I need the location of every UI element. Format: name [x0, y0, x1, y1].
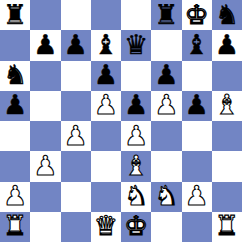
piece-black-pawn-d6[interactable]: ♟ [94, 61, 118, 88]
square-a4[interactable] [0, 121, 30, 151]
piece-black-pawn-e5[interactable]: ♟ [124, 91, 148, 118]
square-f7[interactable] [151, 30, 181, 60]
piece-black-pawn-h7[interactable]: ♟ [215, 31, 239, 58]
piece-black-pawn-f6[interactable]: ♟ [154, 61, 178, 88]
square-b6[interactable] [30, 61, 60, 91]
square-g4[interactable] [182, 121, 212, 151]
piece-black-pawn-g5[interactable]: ♟ [185, 91, 209, 118]
square-c4[interactable]: ♟ [61, 121, 91, 151]
piece-black-bishop-d7[interactable]: ♝ [94, 31, 118, 58]
square-b2[interactable] [30, 182, 60, 212]
piece-white-pawn-c4[interactable]: ♟ [64, 122, 88, 149]
square-h7[interactable]: ♟ [212, 30, 242, 60]
piece-white-bishop-h5[interactable]: ♝ [215, 91, 239, 118]
piece-white-king-e1[interactable]: ♚ [124, 212, 148, 239]
piece-white-king-g8[interactable]: ♚ [185, 1, 209, 28]
square-h4[interactable] [212, 121, 242, 151]
square-a2[interactable]: ♟ [0, 182, 30, 212]
square-d5[interactable]: ♟ [91, 91, 121, 121]
square-e3[interactable]: ♝ [121, 151, 151, 181]
square-a7[interactable] [0, 30, 30, 60]
square-b4[interactable] [30, 121, 60, 151]
square-d4[interactable] [91, 121, 121, 151]
square-b1[interactable] [30, 212, 60, 242]
square-f1[interactable] [151, 212, 181, 242]
square-f4[interactable] [151, 121, 181, 151]
square-c8[interactable] [61, 0, 91, 30]
square-g2[interactable]: ♟ [182, 182, 212, 212]
square-g6[interactable] [182, 61, 212, 91]
piece-white-knight-e2[interactable]: ♞ [124, 182, 148, 209]
piece-white-bishop-e3[interactable]: ♝ [124, 152, 148, 179]
square-h5[interactable]: ♝ [212, 91, 242, 121]
square-e4[interactable]: ♟ [121, 121, 151, 151]
square-c7[interactable]: ♟ [61, 30, 91, 60]
piece-white-pawn-f5[interactable]: ♟ [154, 91, 178, 118]
square-b7[interactable]: ♟ [30, 30, 60, 60]
square-c1[interactable] [61, 212, 91, 242]
square-e7[interactable]: ♛ [121, 30, 151, 60]
piece-white-pawn-g2[interactable]: ♟ [185, 182, 209, 209]
square-b8[interactable] [30, 0, 60, 30]
square-d8[interactable] [91, 0, 121, 30]
piece-white-knight-f2[interactable]: ♞ [154, 182, 178, 209]
square-c2[interactable] [61, 182, 91, 212]
piece-white-pawn-e4[interactable]: ♟ [124, 122, 148, 149]
square-a5[interactable]: ♟ [0, 91, 30, 121]
square-f3[interactable] [151, 151, 181, 181]
square-f6[interactable]: ♟ [151, 61, 181, 91]
square-f2[interactable]: ♞ [151, 182, 181, 212]
square-h2[interactable] [212, 182, 242, 212]
square-h6[interactable] [212, 61, 242, 91]
square-e8[interactable] [121, 0, 151, 30]
piece-black-rook-a8[interactable]: ♜ [3, 1, 27, 28]
square-c3[interactable] [61, 151, 91, 181]
square-d3[interactable] [91, 151, 121, 181]
square-g5[interactable]: ♟ [182, 91, 212, 121]
square-a8[interactable]: ♜ [0, 0, 30, 30]
piece-black-pawn-c7[interactable]: ♟ [64, 31, 88, 58]
square-g8[interactable]: ♚ [182, 0, 212, 30]
piece-black-rook-f8[interactable]: ♜ [154, 1, 178, 28]
piece-white-pawn-d5[interactable]: ♟ [94, 91, 118, 118]
piece-white-queen-d1[interactable]: ♛ [94, 212, 118, 239]
square-c5[interactable] [61, 91, 91, 121]
square-a3[interactable] [0, 151, 30, 181]
square-e6[interactable] [121, 61, 151, 91]
square-c6[interactable] [61, 61, 91, 91]
square-f5[interactable]: ♟ [151, 91, 181, 121]
square-d7[interactable]: ♝ [91, 30, 121, 60]
square-g7[interactable]: ♝ [182, 30, 212, 60]
piece-black-pawn-b7[interactable]: ♟ [33, 31, 57, 58]
square-h8[interactable]: ♞ [212, 0, 242, 30]
square-h3[interactable] [212, 151, 242, 181]
piece-black-pawn-a5[interactable]: ♟ [3, 91, 27, 118]
square-a6[interactable]: ♞ [0, 61, 30, 91]
piece-black-bishop-g7[interactable]: ♝ [185, 31, 209, 58]
square-b5[interactable] [30, 91, 60, 121]
piece-white-rook-h1[interactable]: ♜ [215, 212, 239, 239]
piece-black-knight-h8[interactable]: ♞ [215, 1, 239, 28]
square-d2[interactable] [91, 182, 121, 212]
square-b3[interactable]: ♟ [30, 151, 60, 181]
square-g3[interactable] [182, 151, 212, 181]
square-d6[interactable]: ♟ [91, 61, 121, 91]
piece-white-pawn-a2[interactable]: ♟ [3, 182, 27, 209]
square-h1[interactable]: ♜ [212, 212, 242, 242]
square-f8[interactable]: ♜ [151, 0, 181, 30]
square-g1[interactable] [182, 212, 212, 242]
square-e2[interactable]: ♞ [121, 182, 151, 212]
piece-white-pawn-b3[interactable]: ♟ [33, 152, 57, 179]
chess-board: ♜♜♚♞♟♟♝♛♝♟♞♟♟♟♟♟♟♟♝♟♟♟♝♟♞♞♟♜♛♚♜ [0, 0, 242, 242]
square-e1[interactable]: ♚ [121, 212, 151, 242]
piece-black-knight-a6[interactable]: ♞ [3, 61, 27, 88]
square-a1[interactable]: ♜ [0, 212, 30, 242]
square-d1[interactable]: ♛ [91, 212, 121, 242]
piece-black-queen-e7[interactable]: ♛ [124, 31, 148, 58]
square-e5[interactable]: ♟ [121, 91, 151, 121]
piece-white-rook-a1[interactable]: ♜ [3, 212, 27, 239]
